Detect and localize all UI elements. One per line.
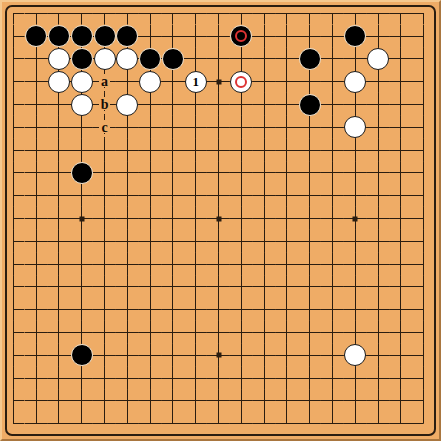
intersection[interactable] xyxy=(253,162,276,185)
intersection[interactable] xyxy=(2,253,25,276)
intersection[interactable] xyxy=(321,70,344,93)
intersection[interactable] xyxy=(162,25,185,48)
intersection[interactable] xyxy=(184,116,207,139)
intersection[interactable] xyxy=(48,93,71,116)
intersection[interactable] xyxy=(344,344,367,367)
intersection[interactable] xyxy=(412,139,435,162)
intersection[interactable] xyxy=(367,25,390,48)
intersection[interactable] xyxy=(48,70,71,93)
intersection[interactable] xyxy=(412,412,435,435)
intersection[interactable] xyxy=(253,253,276,276)
intersection[interactable] xyxy=(344,2,367,25)
intersection[interactable] xyxy=(321,298,344,321)
intersection[interactable] xyxy=(48,25,71,48)
intersection[interactable] xyxy=(390,139,413,162)
intersection[interactable] xyxy=(93,344,116,367)
intersection[interactable] xyxy=(116,390,139,413)
intersection[interactable] xyxy=(253,298,276,321)
intersection[interactable] xyxy=(253,48,276,71)
intersection[interactable] xyxy=(70,298,93,321)
intersection[interactable] xyxy=(298,276,321,299)
intersection[interactable] xyxy=(390,184,413,207)
intersection[interactable] xyxy=(298,253,321,276)
intersection[interactable] xyxy=(390,162,413,185)
intersection[interactable] xyxy=(70,230,93,253)
intersection[interactable] xyxy=(2,139,25,162)
intersection[interactable] xyxy=(298,139,321,162)
intersection[interactable] xyxy=(139,321,162,344)
intersection[interactable] xyxy=(116,230,139,253)
intersection[interactable] xyxy=(116,253,139,276)
intersection[interactable]: c xyxy=(93,116,116,139)
intersection[interactable] xyxy=(253,390,276,413)
intersection[interactable] xyxy=(2,184,25,207)
intersection[interactable] xyxy=(390,276,413,299)
intersection[interactable] xyxy=(184,139,207,162)
intersection[interactable] xyxy=(48,298,71,321)
intersection[interactable] xyxy=(93,207,116,230)
intersection[interactable] xyxy=(48,116,71,139)
intersection[interactable]: a xyxy=(93,70,116,93)
intersection[interactable] xyxy=(207,2,230,25)
intersection[interactable] xyxy=(298,321,321,344)
intersection[interactable] xyxy=(344,207,367,230)
intersection[interactable] xyxy=(139,412,162,435)
intersection[interactable] xyxy=(25,70,48,93)
intersection[interactable] xyxy=(116,70,139,93)
intersection[interactable] xyxy=(93,25,116,48)
intersection[interactable] xyxy=(2,70,25,93)
intersection[interactable] xyxy=(321,253,344,276)
marked-white-stone[interactable] xyxy=(230,71,252,93)
intersection[interactable] xyxy=(412,321,435,344)
black-stone[interactable] xyxy=(299,48,321,70)
intersection[interactable] xyxy=(207,390,230,413)
intersection[interactable] xyxy=(139,207,162,230)
intersection[interactable] xyxy=(367,321,390,344)
intersection[interactable] xyxy=(367,412,390,435)
intersection[interactable] xyxy=(390,344,413,367)
black-stone[interactable] xyxy=(25,25,47,47)
intersection[interactable] xyxy=(116,344,139,367)
intersection[interactable] xyxy=(390,25,413,48)
intersection[interactable] xyxy=(162,207,185,230)
intersection[interactable] xyxy=(253,230,276,253)
white-stone[interactable] xyxy=(116,48,138,70)
intersection[interactable] xyxy=(230,48,253,71)
intersection[interactable] xyxy=(230,412,253,435)
intersection[interactable] xyxy=(344,298,367,321)
intersection[interactable] xyxy=(25,207,48,230)
intersection[interactable] xyxy=(2,276,25,299)
intersection[interactable] xyxy=(390,48,413,71)
intersection[interactable] xyxy=(367,184,390,207)
white-stone[interactable] xyxy=(344,71,366,93)
intersection[interactable] xyxy=(25,93,48,116)
intersection[interactable] xyxy=(344,321,367,344)
black-stone[interactable] xyxy=(71,344,93,366)
intersection[interactable] xyxy=(321,139,344,162)
intersection[interactable] xyxy=(276,344,299,367)
intersection[interactable] xyxy=(321,184,344,207)
intersection[interactable] xyxy=(412,344,435,367)
intersection[interactable] xyxy=(230,253,253,276)
intersection[interactable] xyxy=(412,390,435,413)
intersection[interactable] xyxy=(25,412,48,435)
intersection[interactable] xyxy=(2,230,25,253)
intersection[interactable] xyxy=(139,184,162,207)
intersection[interactable] xyxy=(367,48,390,71)
intersection[interactable] xyxy=(162,321,185,344)
intersection[interactable] xyxy=(93,184,116,207)
intersection[interactable] xyxy=(116,276,139,299)
intersection[interactable] xyxy=(93,276,116,299)
intersection[interactable] xyxy=(276,48,299,71)
intersection[interactable] xyxy=(321,390,344,413)
intersection[interactable] xyxy=(116,116,139,139)
intersection[interactable] xyxy=(162,184,185,207)
intersection[interactable] xyxy=(367,230,390,253)
intersection[interactable] xyxy=(207,253,230,276)
intersection[interactable] xyxy=(253,207,276,230)
intersection[interactable] xyxy=(184,298,207,321)
intersection[interactable] xyxy=(2,367,25,390)
intersection[interactable] xyxy=(139,93,162,116)
intersection[interactable] xyxy=(321,230,344,253)
intersection[interactable] xyxy=(230,276,253,299)
intersection[interactable] xyxy=(367,344,390,367)
intersection[interactable] xyxy=(207,276,230,299)
intersection[interactable] xyxy=(70,162,93,185)
intersection[interactable] xyxy=(116,207,139,230)
intersection[interactable] xyxy=(184,412,207,435)
intersection[interactable] xyxy=(48,48,71,71)
marked-black-stone[interactable] xyxy=(230,25,252,47)
intersection[interactable] xyxy=(321,321,344,344)
intersection[interactable] xyxy=(116,25,139,48)
intersection[interactable] xyxy=(207,116,230,139)
intersection[interactable] xyxy=(390,116,413,139)
black-stone[interactable] xyxy=(71,162,93,184)
intersection[interactable] xyxy=(253,2,276,25)
intersection[interactable] xyxy=(93,412,116,435)
intersection[interactable]: b xyxy=(93,93,116,116)
intersection[interactable] xyxy=(207,184,230,207)
intersection[interactable] xyxy=(116,184,139,207)
intersection[interactable] xyxy=(139,70,162,93)
intersection[interactable] xyxy=(276,207,299,230)
intersection[interactable] xyxy=(2,25,25,48)
intersection[interactable] xyxy=(412,48,435,71)
intersection[interactable] xyxy=(70,93,93,116)
white-stone[interactable] xyxy=(344,116,366,138)
intersection[interactable] xyxy=(207,139,230,162)
intersection[interactable] xyxy=(298,367,321,390)
intersection[interactable] xyxy=(298,2,321,25)
intersection[interactable] xyxy=(253,93,276,116)
intersection[interactable] xyxy=(253,321,276,344)
intersection[interactable] xyxy=(116,321,139,344)
intersection[interactable] xyxy=(207,48,230,71)
intersection[interactable] xyxy=(390,207,413,230)
intersection[interactable] xyxy=(298,116,321,139)
intersection[interactable] xyxy=(230,321,253,344)
intersection[interactable] xyxy=(207,367,230,390)
intersection[interactable] xyxy=(70,25,93,48)
intersection[interactable] xyxy=(184,230,207,253)
intersection[interactable] xyxy=(70,48,93,71)
white-stone[interactable] xyxy=(48,48,70,70)
black-stone[interactable] xyxy=(71,25,93,47)
intersection[interactable] xyxy=(2,48,25,71)
intersection[interactable] xyxy=(25,253,48,276)
intersection[interactable] xyxy=(230,298,253,321)
black-stone[interactable] xyxy=(94,25,116,47)
intersection[interactable] xyxy=(162,298,185,321)
intersection[interactable] xyxy=(139,25,162,48)
intersection[interactable] xyxy=(93,390,116,413)
intersection[interactable] xyxy=(184,48,207,71)
intersection[interactable] xyxy=(207,230,230,253)
white-stone[interactable] xyxy=(367,48,389,70)
intersection[interactable] xyxy=(276,253,299,276)
intersection[interactable] xyxy=(276,321,299,344)
intersection[interactable] xyxy=(25,116,48,139)
intersection[interactable] xyxy=(162,276,185,299)
black-stone[interactable] xyxy=(116,25,138,47)
intersection[interactable] xyxy=(2,344,25,367)
intersection[interactable] xyxy=(184,344,207,367)
intersection[interactable] xyxy=(2,93,25,116)
intersection[interactable] xyxy=(25,230,48,253)
intersection[interactable] xyxy=(321,93,344,116)
intersection[interactable] xyxy=(139,276,162,299)
black-stone[interactable] xyxy=(299,94,321,116)
intersection[interactable] xyxy=(298,162,321,185)
intersection[interactable] xyxy=(70,276,93,299)
intersection[interactable] xyxy=(298,48,321,71)
intersection[interactable] xyxy=(70,139,93,162)
intersection[interactable] xyxy=(367,116,390,139)
intersection[interactable] xyxy=(344,230,367,253)
intersection[interactable] xyxy=(390,230,413,253)
intersection[interactable] xyxy=(207,162,230,185)
intersection[interactable] xyxy=(412,2,435,25)
intersection[interactable] xyxy=(184,162,207,185)
intersection[interactable] xyxy=(162,48,185,71)
intersection[interactable] xyxy=(344,367,367,390)
intersection[interactable] xyxy=(367,2,390,25)
intersection[interactable] xyxy=(70,344,93,367)
intersection[interactable] xyxy=(230,367,253,390)
intersection[interactable] xyxy=(162,2,185,25)
intersection[interactable] xyxy=(367,253,390,276)
white-stone[interactable] xyxy=(139,71,161,93)
intersection[interactable] xyxy=(25,25,48,48)
intersection[interactable] xyxy=(230,390,253,413)
intersection[interactable] xyxy=(230,344,253,367)
intersection[interactable] xyxy=(48,230,71,253)
intersection[interactable] xyxy=(48,139,71,162)
intersection[interactable] xyxy=(412,230,435,253)
intersection[interactable] xyxy=(116,93,139,116)
intersection[interactable] xyxy=(184,321,207,344)
intersection[interactable] xyxy=(25,162,48,185)
intersection[interactable] xyxy=(70,2,93,25)
intersection[interactable] xyxy=(344,48,367,71)
black-stone[interactable] xyxy=(139,48,161,70)
black-stone[interactable] xyxy=(71,48,93,70)
black-stone[interactable] xyxy=(344,25,366,47)
black-stone[interactable] xyxy=(48,25,70,47)
intersection[interactable] xyxy=(367,162,390,185)
intersection[interactable] xyxy=(48,390,71,413)
intersection[interactable] xyxy=(298,207,321,230)
intersection[interactable] xyxy=(344,184,367,207)
intersection[interactable] xyxy=(25,139,48,162)
intersection[interactable] xyxy=(162,344,185,367)
intersection[interactable] xyxy=(321,207,344,230)
intersection[interactable] xyxy=(116,162,139,185)
intersection[interactable] xyxy=(276,70,299,93)
intersection[interactable] xyxy=(390,321,413,344)
white-stone[interactable] xyxy=(48,71,70,93)
intersection[interactable] xyxy=(367,298,390,321)
intersection[interactable] xyxy=(93,48,116,71)
intersection[interactable] xyxy=(412,70,435,93)
intersection[interactable] xyxy=(230,230,253,253)
white-stone-move-1[interactable]: 1 xyxy=(185,71,207,93)
intersection[interactable] xyxy=(367,276,390,299)
intersection[interactable] xyxy=(390,93,413,116)
intersection[interactable] xyxy=(253,276,276,299)
intersection[interactable] xyxy=(162,162,185,185)
intersection[interactable] xyxy=(276,184,299,207)
intersection[interactable] xyxy=(184,184,207,207)
intersection[interactable] xyxy=(412,207,435,230)
intersection[interactable] xyxy=(253,116,276,139)
intersection[interactable] xyxy=(93,367,116,390)
intersection[interactable] xyxy=(116,412,139,435)
intersection[interactable] xyxy=(25,298,48,321)
intersection[interactable] xyxy=(230,2,253,25)
intersection[interactable] xyxy=(321,2,344,25)
intersection[interactable] xyxy=(2,321,25,344)
intersection[interactable] xyxy=(344,253,367,276)
intersection[interactable] xyxy=(48,2,71,25)
intersection[interactable] xyxy=(207,344,230,367)
intersection[interactable] xyxy=(344,412,367,435)
intersection[interactable] xyxy=(344,93,367,116)
intersection[interactable] xyxy=(390,298,413,321)
intersection[interactable] xyxy=(70,184,93,207)
intersection[interactable] xyxy=(276,162,299,185)
intersection[interactable] xyxy=(70,253,93,276)
intersection[interactable] xyxy=(184,367,207,390)
intersection[interactable] xyxy=(412,276,435,299)
intersection[interactable] xyxy=(412,298,435,321)
intersection[interactable] xyxy=(390,412,413,435)
intersection[interactable] xyxy=(390,2,413,25)
intersection[interactable] xyxy=(207,321,230,344)
intersection[interactable] xyxy=(412,367,435,390)
intersection[interactable] xyxy=(253,25,276,48)
intersection[interactable] xyxy=(70,367,93,390)
intersection[interactable] xyxy=(276,412,299,435)
intersection[interactable] xyxy=(139,344,162,367)
intersection[interactable] xyxy=(184,276,207,299)
intersection[interactable] xyxy=(70,70,93,93)
intersection[interactable] xyxy=(253,139,276,162)
intersection[interactable] xyxy=(139,139,162,162)
intersection[interactable] xyxy=(116,48,139,71)
intersection[interactable] xyxy=(184,207,207,230)
intersection[interactable] xyxy=(162,367,185,390)
intersection[interactable] xyxy=(139,162,162,185)
intersection[interactable] xyxy=(412,93,435,116)
intersection[interactable] xyxy=(276,25,299,48)
intersection[interactable] xyxy=(162,412,185,435)
intersection[interactable] xyxy=(25,367,48,390)
intersection[interactable] xyxy=(93,253,116,276)
intersection[interactable] xyxy=(162,253,185,276)
intersection[interactable] xyxy=(25,2,48,25)
intersection[interactable] xyxy=(276,276,299,299)
intersection[interactable] xyxy=(139,298,162,321)
intersection[interactable] xyxy=(344,25,367,48)
intersection[interactable] xyxy=(344,162,367,185)
intersection[interactable] xyxy=(321,162,344,185)
intersection[interactable] xyxy=(276,116,299,139)
intersection[interactable] xyxy=(253,412,276,435)
intersection[interactable] xyxy=(2,412,25,435)
intersection[interactable] xyxy=(298,230,321,253)
intersection[interactable] xyxy=(253,367,276,390)
intersection[interactable] xyxy=(390,390,413,413)
white-stone[interactable] xyxy=(344,344,366,366)
intersection[interactable] xyxy=(48,412,71,435)
intersection[interactable] xyxy=(298,412,321,435)
intersection[interactable] xyxy=(70,207,93,230)
intersection[interactable] xyxy=(139,116,162,139)
intersection[interactable] xyxy=(48,184,71,207)
intersection[interactable] xyxy=(276,139,299,162)
intersection[interactable] xyxy=(70,390,93,413)
intersection[interactable] xyxy=(207,412,230,435)
intersection[interactable] xyxy=(116,298,139,321)
intersection[interactable] xyxy=(412,162,435,185)
intersection[interactable] xyxy=(207,70,230,93)
intersection[interactable] xyxy=(70,412,93,435)
black-stone[interactable] xyxy=(162,48,184,70)
intersection[interactable]: 1 xyxy=(184,70,207,93)
intersection[interactable] xyxy=(25,344,48,367)
intersection[interactable] xyxy=(162,139,185,162)
white-stone[interactable] xyxy=(71,94,93,116)
intersection[interactable] xyxy=(298,344,321,367)
intersection[interactable] xyxy=(207,25,230,48)
intersection[interactable] xyxy=(48,207,71,230)
intersection[interactable] xyxy=(367,70,390,93)
intersection[interactable] xyxy=(298,70,321,93)
intersection[interactable] xyxy=(162,93,185,116)
intersection[interactable] xyxy=(276,93,299,116)
intersection[interactable] xyxy=(162,116,185,139)
intersection[interactable] xyxy=(48,162,71,185)
intersection[interactable] xyxy=(25,390,48,413)
intersection[interactable] xyxy=(230,139,253,162)
intersection[interactable] xyxy=(298,390,321,413)
